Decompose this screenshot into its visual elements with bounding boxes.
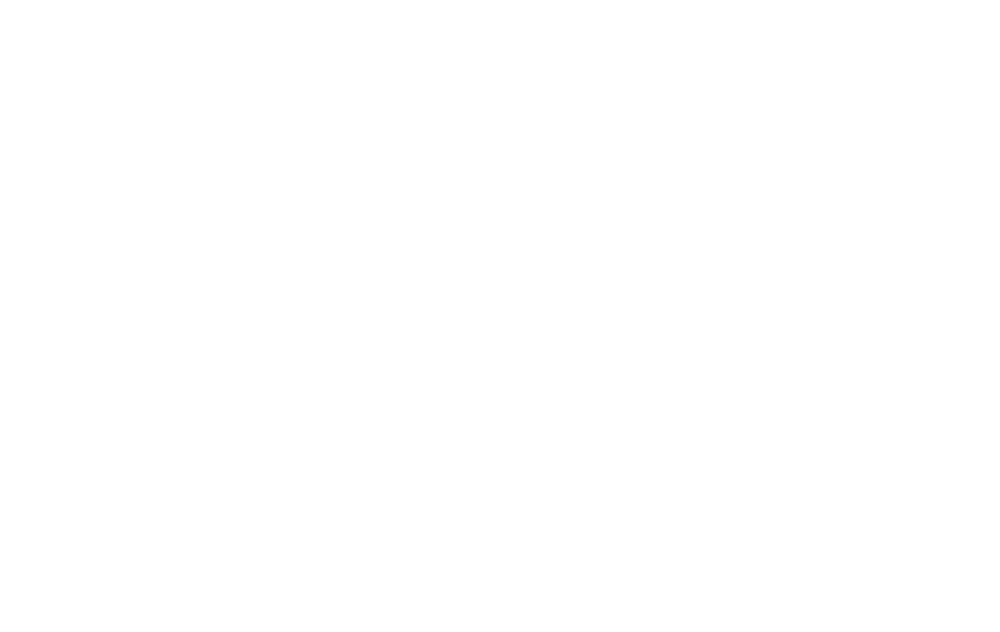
scene-svg (0, 0, 1000, 632)
chess-set-photo (0, 0, 1000, 632)
